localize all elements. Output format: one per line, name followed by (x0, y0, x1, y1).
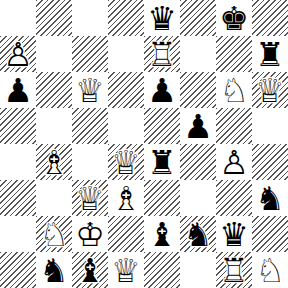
square-c6[interactable]: ♛♕ (72, 72, 108, 108)
piece-glyph: ♝ (144, 216, 180, 252)
piece-glyph: ♟ (180, 108, 216, 144)
square-d2[interactable] (108, 216, 144, 252)
piece-glyph: ♜ (144, 144, 180, 180)
piece-glyph: ♖ (216, 252, 252, 288)
square-g7[interactable] (216, 36, 252, 72)
square-h2[interactable] (252, 216, 288, 252)
square-f3[interactable] (180, 180, 216, 216)
square-e7[interactable]: ♜♖ (144, 36, 180, 72)
square-f2[interactable]: ♞♞ (180, 216, 216, 252)
square-e3[interactable] (144, 180, 180, 216)
square-f1[interactable] (180, 252, 216, 288)
square-d4[interactable]: ♛♕ (108, 144, 144, 180)
piece-silhouette: ♞ (36, 216, 72, 252)
square-e2[interactable]: ♝♝ (144, 216, 180, 252)
piece-glyph: ♙ (216, 144, 252, 180)
piece-wr-e7: ♜♖ (144, 36, 180, 72)
square-d5[interactable] (108, 108, 144, 144)
square-b7[interactable] (36, 36, 72, 72)
piece-silhouette: ♛ (216, 216, 252, 252)
piece-glyph: ♞ (180, 216, 216, 252)
square-h1[interactable]: ♞♘ (252, 252, 288, 288)
piece-glyph: ♕ (108, 144, 144, 180)
piece-glyph: ♘ (36, 216, 72, 252)
piece-silhouette: ♟ (0, 36, 36, 72)
piece-silhouette: ♜ (144, 36, 180, 72)
square-f7[interactable] (180, 36, 216, 72)
piece-silhouette: ♞ (36, 252, 72, 288)
piece-silhouette: ♜ (252, 36, 288, 72)
square-g2[interactable]: ♛♛ (216, 216, 252, 252)
piece-glyph: ♝ (72, 252, 108, 288)
piece-bb-c1: ♝♝ (72, 252, 108, 288)
piece-silhouette: ♛ (72, 180, 108, 216)
square-d8[interactable] (108, 0, 144, 36)
piece-wb-b4: ♝♗ (36, 144, 72, 180)
square-b4[interactable]: ♝♗ (36, 144, 72, 180)
square-h3[interactable]: ♞♞ (252, 180, 288, 216)
piece-bp-a6: ♟♟ (0, 72, 36, 108)
piece-silhouette: ♞ (216, 72, 252, 108)
square-a6[interactable]: ♟♟ (0, 72, 36, 108)
piece-bp-e6: ♟♟ (144, 72, 180, 108)
piece-silhouette: ♛ (72, 72, 108, 108)
piece-wp-a7: ♟♙ (0, 36, 36, 72)
piece-wq-d4: ♛♕ (108, 144, 144, 180)
square-a5[interactable] (0, 108, 36, 144)
square-h6[interactable]: ♛♕ (252, 72, 288, 108)
piece-glyph: ♗ (108, 180, 144, 216)
piece-glyph: ♕ (72, 180, 108, 216)
piece-glyph: ♚ (216, 0, 252, 36)
piece-silhouette: ♚ (72, 216, 108, 252)
piece-silhouette: ♛ (252, 72, 288, 108)
square-a8[interactable] (0, 0, 36, 36)
square-c8[interactable] (72, 0, 108, 36)
square-g4[interactable]: ♟♙ (216, 144, 252, 180)
square-a4[interactable] (0, 144, 36, 180)
square-c1[interactable]: ♝♝ (72, 252, 108, 288)
piece-wn-b2: ♞♘ (36, 216, 72, 252)
piece-wq-c3: ♛♕ (72, 180, 108, 216)
piece-glyph: ♕ (252, 72, 288, 108)
piece-silhouette: ♝ (72, 252, 108, 288)
piece-wq-d1: ♛♕ (108, 252, 144, 288)
square-g3[interactable] (216, 180, 252, 216)
piece-glyph: ♘ (252, 252, 288, 288)
square-c3[interactable]: ♛♕ (72, 180, 108, 216)
square-e4[interactable]: ♜♜ (144, 144, 180, 180)
square-h4[interactable] (252, 144, 288, 180)
square-e1[interactable] (144, 252, 180, 288)
piece-silhouette: ♚ (216, 0, 252, 36)
square-c4[interactable] (72, 144, 108, 180)
square-b3[interactable] (36, 180, 72, 216)
square-g6[interactable]: ♞♘ (216, 72, 252, 108)
piece-wk-c2: ♚♔ (72, 216, 108, 252)
piece-glyph: ♜ (252, 36, 288, 72)
square-g8[interactable]: ♚♚ (216, 0, 252, 36)
piece-glyph: ♛ (144, 0, 180, 36)
square-h7[interactable]: ♜♜ (252, 36, 288, 72)
piece-silhouette: ♜ (144, 144, 180, 180)
piece-glyph: ♞ (36, 252, 72, 288)
piece-wn-h1: ♞♘ (252, 252, 288, 288)
chess-board: ♛♛♚♚♟♙♜♖♜♜♟♟♛♕♟♟♞♘♛♕♟♟♝♗♛♕♜♜♟♙♛♕♝♗♞♞♞♘♚♔… (0, 0, 288, 288)
piece-silhouette: ♛ (108, 144, 144, 180)
piece-bn-h3: ♞♞ (252, 180, 288, 216)
piece-br-h7: ♜♜ (252, 36, 288, 72)
piece-bq-e8: ♛♛ (144, 0, 180, 36)
piece-bn-f2: ♞♞ (180, 216, 216, 252)
square-f6[interactable] (180, 72, 216, 108)
piece-silhouette: ♞ (252, 252, 288, 288)
piece-silhouette: ♟ (144, 72, 180, 108)
piece-wb-d3: ♝♗ (108, 180, 144, 216)
square-b6[interactable] (36, 72, 72, 108)
piece-silhouette: ♞ (252, 180, 288, 216)
square-d1[interactable]: ♛♕ (108, 252, 144, 288)
square-b8[interactable] (36, 0, 72, 36)
piece-silhouette: ♟ (216, 144, 252, 180)
piece-glyph: ♔ (72, 216, 108, 252)
square-f5[interactable]: ♟♟ (180, 108, 216, 144)
square-e6[interactable]: ♟♟ (144, 72, 180, 108)
piece-glyph: ♘ (216, 72, 252, 108)
square-a7[interactable]: ♟♙ (0, 36, 36, 72)
piece-glyph: ♕ (72, 72, 108, 108)
piece-silhouette: ♞ (180, 216, 216, 252)
piece-silhouette: ♟ (0, 72, 36, 108)
piece-wn-g6: ♞♘ (216, 72, 252, 108)
square-b1[interactable]: ♞♞ (36, 252, 72, 288)
piece-glyph: ♟ (144, 72, 180, 108)
piece-silhouette: ♛ (108, 252, 144, 288)
square-a3[interactable] (0, 180, 36, 216)
piece-silhouette: ♝ (144, 216, 180, 252)
square-e5[interactable] (144, 108, 180, 144)
piece-bb-e2: ♝♝ (144, 216, 180, 252)
square-d7[interactable] (108, 36, 144, 72)
square-e8[interactable]: ♛♛ (144, 0, 180, 36)
square-d6[interactable] (108, 72, 144, 108)
piece-br-e4: ♜♜ (144, 144, 180, 180)
square-c2[interactable]: ♚♔ (72, 216, 108, 252)
piece-wq-c6: ♛♕ (72, 72, 108, 108)
square-b5[interactable] (36, 108, 72, 144)
square-a1[interactable] (0, 252, 36, 288)
square-g5[interactable] (216, 108, 252, 144)
chess-diagram: ♛♛♚♚♟♙♜♖♜♜♟♟♛♕♟♟♞♘♛♕♟♟♝♗♛♕♜♜♟♙♛♕♝♗♞♞♞♘♚♔… (0, 0, 288, 288)
piece-wp-g4: ♟♙ (216, 144, 252, 180)
piece-glyph: ♙ (0, 36, 36, 72)
piece-silhouette: ♛ (144, 0, 180, 36)
piece-wq-h6: ♛♕ (252, 72, 288, 108)
square-f8[interactable] (180, 0, 216, 36)
piece-bp-f5: ♟♟ (180, 108, 216, 144)
square-h8[interactable] (252, 0, 288, 36)
piece-glyph: ♞ (252, 180, 288, 216)
piece-glyph: ♟ (0, 72, 36, 108)
square-c5[interactable] (72, 108, 108, 144)
piece-bk-g8: ♚♚ (216, 0, 252, 36)
piece-silhouette: ♝ (108, 180, 144, 216)
piece-glyph: ♖ (144, 36, 180, 72)
square-h5[interactable] (252, 108, 288, 144)
square-d3[interactable]: ♝♗ (108, 180, 144, 216)
piece-wr-g1: ♜♖ (216, 252, 252, 288)
square-c7[interactable] (72, 36, 108, 72)
piece-bn-b1: ♞♞ (36, 252, 72, 288)
piece-silhouette: ♜ (216, 252, 252, 288)
square-g1[interactable]: ♜♖ (216, 252, 252, 288)
square-b2[interactable]: ♞♘ (36, 216, 72, 252)
piece-glyph: ♗ (36, 144, 72, 180)
square-a2[interactable] (0, 216, 36, 252)
piece-glyph: ♕ (108, 252, 144, 288)
piece-bq-g2: ♛♛ (216, 216, 252, 252)
piece-glyph: ♛ (216, 216, 252, 252)
square-f4[interactable] (180, 144, 216, 180)
piece-silhouette: ♟ (180, 108, 216, 144)
piece-silhouette: ♝ (36, 144, 72, 180)
